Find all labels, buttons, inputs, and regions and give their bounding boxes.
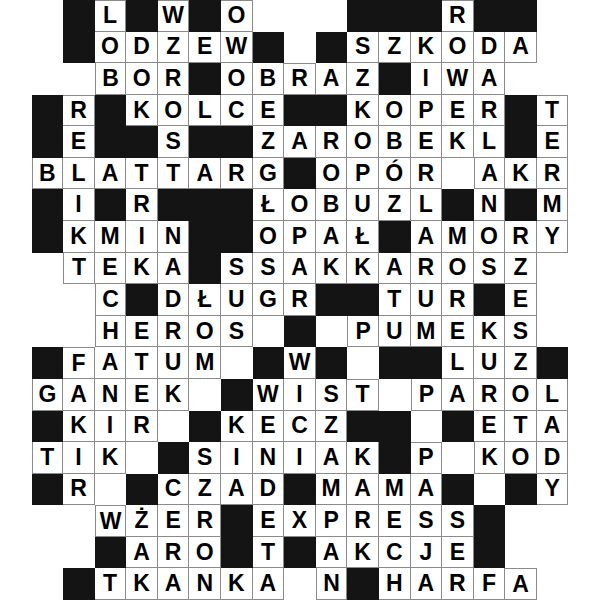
black-cell-r3c9	[284, 95, 316, 127]
letter-cell-r16c8[interactable]: E	[253, 505, 285, 537]
black-cell-r6c16	[505, 189, 537, 221]
letter-cell-r5c6[interactable]: A	[189, 158, 221, 190]
letter-cell-r8c15[interactable]: S	[474, 253, 506, 285]
black-cell-r0c2	[63, 0, 95, 32]
letter-cell-r7c9[interactable]: P	[284, 221, 316, 253]
letter-cell-r3c6[interactable]: L	[189, 95, 221, 127]
letter-cell-r0c7[interactable]: O	[221, 0, 253, 32]
letter-cell-r11c15[interactable]: U	[474, 347, 506, 379]
black-cell-r15c16	[505, 474, 537, 506]
black-cell-r11c8	[253, 347, 285, 379]
letter-cell-r14c1[interactable]: T	[32, 442, 64, 474]
letter-cell-r11c14[interactable]: L	[442, 347, 474, 379]
letter-cell-r11c9[interactable]: W	[284, 347, 316, 379]
letter-cell-r0c3[interactable]: L	[95, 0, 127, 32]
letter-cell-r7c3[interactable]: M	[95, 221, 127, 253]
letter-cell-r12c3[interactable]: N	[95, 379, 127, 411]
letter-cell-r17c4[interactable]: A	[126, 537, 158, 569]
black-cell-r0c11	[347, 0, 379, 32]
letter-cell-r18c15[interactable]: F	[474, 568, 506, 600]
black-cell-r11c10	[316, 347, 348, 379]
letter-cell-r3c8[interactable]: E	[253, 95, 285, 127]
letter-cell-r15c11[interactable]: A	[347, 474, 379, 506]
letter-cell-r11c6[interactable]: M	[189, 347, 221, 379]
letter-cell-r2c13[interactable]: I	[411, 63, 443, 95]
letter-cell-r4c12[interactable]: B	[379, 126, 411, 158]
letter-cell-r10c3[interactable]: H	[95, 316, 127, 348]
letter-cell-r4c9[interactable]: A	[284, 126, 316, 158]
crossword-board: LWORODZEWSZKODABOROBRAZIWARKOLCEKOPERTES…	[0, 0, 600, 600]
letter-cell-r2c15[interactable]: A	[474, 63, 506, 95]
letter-cell-r4c5[interactable]: S	[158, 126, 190, 158]
letter-cell-r14c9[interactable]: I	[284, 442, 316, 474]
letter-cell-r12c11[interactable]: T	[347, 379, 379, 411]
letter-cell-r11c16[interactable]: Z	[505, 347, 537, 379]
black-cell-r12c7	[221, 379, 253, 411]
letter-cell-r8c2[interactable]: T	[63, 253, 95, 285]
letter-cell-r9c9[interactable]: R	[284, 284, 316, 316]
letter-cell-r2c8[interactable]: B	[253, 63, 285, 95]
black-cell-r3c3	[95, 95, 127, 127]
letter-cell-r13c17[interactable]: A	[537, 411, 569, 443]
letter-cell-r2c3[interactable]: B	[95, 63, 127, 95]
letter-cell-r2c10[interactable]: A	[316, 63, 348, 95]
black-cell-r6c3	[95, 189, 127, 221]
letter-cell-r9c8[interactable]: G	[253, 284, 285, 316]
letter-cell-r18c13[interactable]: A	[411, 568, 443, 600]
letter-cell-r3c11[interactable]: K	[347, 95, 379, 127]
letter-cell-r4c14[interactable]: K	[442, 126, 474, 158]
black-cell-r13c14	[442, 411, 474, 443]
letter-cell-r6c17[interactable]: M	[537, 189, 569, 221]
letter-cell-r11c5[interactable]: U	[158, 347, 190, 379]
black-cell-r11c17	[537, 347, 569, 379]
black-cell-r13c12	[379, 411, 411, 443]
black-cell-r15c1	[32, 474, 64, 506]
letter-cell-r9c16[interactable]: E	[505, 284, 537, 316]
letter-cell-r1c4[interactable]: D	[126, 32, 158, 64]
black-cell-r16c7	[221, 505, 253, 537]
letter-cell-r17c8[interactable]: T	[253, 537, 285, 569]
letter-cell-r11c4[interactable]: T	[126, 347, 158, 379]
letter-cell-r10c15[interactable]: K	[474, 316, 506, 348]
letter-cell-r6c2[interactable]: I	[63, 189, 95, 221]
black-cell-r17c3	[95, 537, 127, 569]
letter-cell-r18c14[interactable]: R	[442, 568, 474, 600]
letter-cell-r16c5[interactable]: E	[158, 505, 190, 537]
letter-cell-r8c8[interactable]: S	[253, 253, 285, 285]
letter-cell-r15c2[interactable]: R	[63, 474, 95, 506]
letter-cell-r13c10[interactable]: Z	[316, 411, 348, 443]
letter-cell-r17c5[interactable]: R	[158, 537, 190, 569]
letter-cell-r11c3[interactable]: A	[95, 347, 127, 379]
letter-cell-r16c3[interactable]: W	[95, 505, 127, 537]
letter-cell-r8c12[interactable]: A	[379, 253, 411, 285]
letter-cell-r6c15[interactable]: N	[474, 189, 506, 221]
letter-cell-r13c15[interactable]: E	[474, 411, 506, 443]
letter-cell-r8c14[interactable]: O	[442, 253, 474, 285]
letter-cell-r2c5[interactable]: R	[158, 63, 190, 95]
black-cell-r13c11	[347, 411, 379, 443]
letter-cell-r9c13[interactable]: U	[411, 284, 443, 316]
letter-cell-r3c7[interactable]: C	[221, 95, 253, 127]
letter-cell-r12c17[interactable]: L	[537, 379, 569, 411]
letter-cell-r7c8[interactable]: O	[253, 221, 285, 253]
letter-cell-r1c11[interactable]: S	[347, 32, 379, 64]
letter-cell-r8c7[interactable]: S	[221, 253, 253, 285]
letter-cell-r6c13[interactable]: L	[411, 189, 443, 221]
letter-cell-r7c17[interactable]: Y	[537, 221, 569, 253]
letter-cell-r15c10[interactable]: M	[316, 474, 348, 506]
letter-cell-r2c14[interactable]: W	[442, 63, 474, 95]
letter-cell-r12c5[interactable]: K	[158, 379, 190, 411]
black-cell-r1c2	[63, 32, 95, 64]
black-cell-r15c14	[442, 474, 474, 506]
letter-cell-r17c10[interactable]: A	[316, 537, 348, 569]
letter-cell-r0c14[interactable]: R	[442, 0, 474, 32]
letter-cell-r10c4[interactable]: E	[126, 316, 158, 348]
letter-cell-r3c13[interactable]: P	[411, 95, 443, 127]
letter-cell-r1c6[interactable]: E	[189, 32, 221, 64]
letter-cell-r4c11[interactable]: O	[347, 126, 379, 158]
letter-cell-r7c10[interactable]: A	[316, 221, 348, 253]
letter-cell-r1c7[interactable]: W	[221, 32, 253, 64]
letter-cell-r12c2[interactable]: A	[63, 379, 95, 411]
letter-cell-r1c15[interactable]: D	[474, 32, 506, 64]
letter-cell-r5c4[interactable]: T	[126, 158, 158, 190]
black-cell-r9c15	[474, 284, 506, 316]
letter-cell-r12c9[interactable]: I	[284, 379, 316, 411]
black-cell-r1c8	[253, 32, 285, 64]
letter-cell-r5c5[interactable]: T	[158, 158, 190, 190]
letter-cell-r17c6[interactable]: O	[189, 537, 221, 569]
letter-cell-r3c4[interactable]: K	[126, 95, 158, 127]
letter-cell-r12c10[interactable]: S	[316, 379, 348, 411]
letter-cell-r8c13[interactable]: R	[411, 253, 443, 285]
letter-cell-r13c3[interactable]: I	[95, 411, 127, 443]
letter-cell-r8c5[interactable]: A	[158, 253, 190, 285]
letter-cell-r17c12[interactable]: C	[379, 537, 411, 569]
letter-cell-r15c13[interactable]: A	[411, 474, 443, 506]
black-cell-r18c2	[63, 568, 95, 600]
letter-cell-r15c12[interactable]: M	[379, 474, 411, 506]
letter-cell-r13c2[interactable]: K	[63, 411, 95, 443]
letter-cell-r6c10[interactable]: B	[316, 189, 348, 221]
letter-cell-r14c13[interactable]: P	[411, 442, 443, 474]
letter-cell-r7c14[interactable]: M	[442, 221, 474, 253]
letter-cell-r2c4[interactable]: O	[126, 63, 158, 95]
black-cell-r6c5	[158, 189, 190, 221]
letter-cell-r15c7[interactable]: A	[221, 474, 253, 506]
letter-cell-r1c3[interactable]: O	[95, 32, 127, 64]
letter-cell-r14c15[interactable]: K	[474, 442, 506, 474]
letter-cell-r5c16[interactable]: K	[505, 158, 537, 190]
letter-cell-r18c3[interactable]: T	[95, 568, 127, 600]
letter-cell-r17c13[interactable]: J	[411, 537, 443, 569]
black-cell-r13c1	[32, 411, 64, 443]
letter-cell-r16c10[interactable]: P	[316, 505, 348, 537]
black-cell-r4c3	[95, 126, 127, 158]
black-cell-r7c12	[379, 221, 411, 253]
letter-cell-r9c3[interactable]: C	[95, 284, 127, 316]
letter-cell-r12c15[interactable]: R	[474, 379, 506, 411]
letter-cell-r15c17[interactable]: Y	[537, 474, 569, 506]
letter-cell-r12c13[interactable]: P	[411, 379, 443, 411]
letter-cell-r13c4[interactable]: R	[126, 411, 158, 443]
letter-cell-r2c9[interactable]: R	[284, 63, 316, 95]
letter-cell-r14c2[interactable]: I	[63, 442, 95, 474]
letter-cell-r14c17[interactable]: D	[537, 442, 569, 474]
letter-cell-r10c13[interactable]: M	[411, 316, 443, 348]
black-cell-r7c6	[189, 221, 221, 253]
letter-cell-r3c5[interactable]: O	[158, 95, 190, 127]
black-cell-r6c7	[221, 189, 253, 221]
black-cell-r6c1	[32, 189, 64, 221]
letter-cell-r9c12[interactable]: T	[379, 284, 411, 316]
letter-cell-r10c14[interactable]: E	[442, 316, 474, 348]
black-cell-r8c6	[189, 253, 221, 285]
letter-cell-r10c5[interactable]: R	[158, 316, 190, 348]
black-cell-r14c5	[158, 442, 190, 474]
letter-cell-r4c8[interactable]: Z	[253, 126, 285, 158]
black-cell-r9c4	[126, 284, 158, 316]
letter-cell-r6c9[interactable]: O	[284, 189, 316, 221]
letter-cell-r5c13[interactable]: R	[411, 158, 443, 190]
black-cell-r5c9	[284, 158, 316, 190]
letter-cell-r18c4[interactable]: K	[126, 568, 158, 600]
black-cell-r4c6	[189, 126, 221, 158]
black-cell-r2c12	[379, 63, 411, 95]
letter-cell-r18c10[interactable]: N	[316, 568, 348, 600]
black-cell-r11c1	[32, 347, 64, 379]
letter-cell-r1c14[interactable]: O	[442, 32, 474, 64]
letter-cell-r11c2[interactable]: F	[63, 347, 95, 379]
letter-cell-r14c6[interactable]: S	[189, 442, 221, 474]
letter-cell-r13c7[interactable]: K	[221, 411, 253, 443]
letter-cell-r16c6[interactable]: R	[189, 505, 221, 537]
letter-cell-r10c7[interactable]: S	[221, 316, 253, 348]
letter-cell-r3c17[interactable]: T	[537, 95, 569, 127]
letter-cell-r8c9[interactable]: A	[284, 253, 316, 285]
letter-cell-r5c17[interactable]: R	[537, 158, 569, 190]
letter-cell-r13c9[interactable]: C	[284, 411, 316, 443]
letter-cell-r1c12[interactable]: Z	[379, 32, 411, 64]
black-cell-r3c10	[316, 95, 348, 127]
black-cell-r1c10	[316, 32, 348, 64]
black-cell-r16c15	[474, 505, 506, 537]
letter-cell-r14c8[interactable]: N	[253, 442, 285, 474]
letter-cell-r2c7[interactable]: O	[221, 63, 253, 95]
letter-cell-r10c12[interactable]: U	[379, 316, 411, 348]
black-cell-r2c6	[189, 63, 221, 95]
black-cell-r11c13	[411, 347, 443, 379]
letter-cell-r3c15[interactable]: R	[474, 95, 506, 127]
letter-cell-r17c11[interactable]: K	[347, 537, 379, 569]
black-cell-r13c6	[189, 411, 221, 443]
letter-cell-r13c16[interactable]: T	[505, 411, 537, 443]
letter-cell-r16c11[interactable]: R	[347, 505, 379, 537]
black-cell-r4c16	[505, 126, 537, 158]
letter-cell-r9c6[interactable]: Ł	[189, 284, 221, 316]
letter-cell-r18c8[interactable]: A	[253, 568, 285, 600]
black-cell-r6c6	[189, 189, 221, 221]
black-cell-r0c16	[505, 0, 537, 32]
letter-cell-r15c8[interactable]: D	[253, 474, 285, 506]
letter-cell-r4c15[interactable]: L	[474, 126, 506, 158]
black-cell-r4c7	[221, 126, 253, 158]
letter-cell-r8c10[interactable]: K	[316, 253, 348, 285]
letter-cell-r12c16[interactable]: O	[505, 379, 537, 411]
letter-cell-r7c15[interactable]: O	[474, 221, 506, 253]
letter-cell-r3c14[interactable]: E	[442, 95, 474, 127]
letter-cell-r12c14[interactable]: A	[442, 379, 474, 411]
letter-cell-r7c16[interactable]: R	[505, 221, 537, 253]
black-cell-r7c7	[221, 221, 253, 253]
letter-cell-r5c11[interactable]: P	[347, 158, 379, 190]
letter-cell-r18c7[interactable]: K	[221, 568, 253, 600]
black-cell-r18c11	[347, 568, 379, 600]
black-cell-r17c9	[284, 537, 316, 569]
black-cell-r0c13	[411, 0, 443, 32]
letter-cell-r8c4[interactable]: K	[126, 253, 158, 285]
letter-cell-r8c3[interactable]: E	[95, 253, 127, 285]
letter-cell-r13c8[interactable]: E	[253, 411, 285, 443]
letter-cell-r10c16[interactable]: S	[505, 316, 537, 348]
black-cell-r3c16	[505, 95, 537, 127]
letter-cell-r6c11[interactable]: U	[347, 189, 379, 221]
letter-cell-r15c5[interactable]: C	[158, 474, 190, 506]
letter-cell-r7c4[interactable]: I	[126, 221, 158, 253]
letter-cell-r5c12[interactable]: Ó	[379, 158, 411, 190]
letter-cell-r4c10[interactable]: R	[316, 126, 348, 158]
letter-cell-r5c15[interactable]: A	[474, 158, 506, 190]
letter-cell-r5c2[interactable]: L	[63, 158, 95, 190]
letter-cell-r18c12[interactable]: H	[379, 568, 411, 600]
letter-cell-r7c5[interactable]: N	[158, 221, 190, 253]
letter-cell-r5c8[interactable]: G	[253, 158, 285, 190]
letter-cell-r14c3[interactable]: K	[95, 442, 127, 474]
letter-cell-r14c10[interactable]: A	[316, 442, 348, 474]
letter-cell-r16c4[interactable]: Ż	[126, 505, 158, 537]
letter-cell-r6c12[interactable]: Z	[379, 189, 411, 221]
letter-cell-r7c13[interactable]: A	[411, 221, 443, 253]
letter-cell-r16c9[interactable]: X	[284, 505, 316, 537]
letter-cell-r4c13[interactable]: E	[411, 126, 443, 158]
letter-cell-r7c2[interactable]: K	[63, 221, 95, 253]
letter-cell-r7c11[interactable]: Ł	[347, 221, 379, 253]
letter-cell-r4c17[interactable]: E	[537, 126, 569, 158]
black-cell-r6c14	[442, 189, 474, 221]
letter-cell-r18c16[interactable]: A	[505, 568, 537, 600]
letter-cell-r16c13[interactable]: S	[411, 505, 443, 537]
letter-cell-r1c16[interactable]: A	[505, 32, 537, 64]
letter-cell-r3c2[interactable]: R	[63, 95, 95, 127]
black-cell-r15c9	[284, 474, 316, 506]
letter-cell-r8c16[interactable]: Z	[505, 253, 537, 285]
letter-cell-r15c6[interactable]: Z	[189, 474, 221, 506]
black-cell-r0c15	[474, 0, 506, 32]
black-cell-r9c10	[316, 284, 348, 316]
letter-cell-r2c11[interactable]: Z	[347, 63, 379, 95]
black-cell-r7c1	[32, 221, 64, 253]
black-cell-r14c12	[379, 442, 411, 474]
black-cell-r3c1	[32, 95, 64, 127]
black-cell-r17c7	[221, 537, 253, 569]
letter-cell-r12c8[interactable]: W	[253, 379, 285, 411]
letter-cell-r16c12[interactable]: E	[379, 505, 411, 537]
letter-cell-r1c5[interactable]: Z	[158, 32, 190, 64]
letter-cell-r9c5[interactable]: D	[158, 284, 190, 316]
letter-cell-r3c12[interactable]: O	[379, 95, 411, 127]
letter-cell-r14c16[interactable]: O	[505, 442, 537, 474]
letter-cell-r5c10[interactable]: O	[316, 158, 348, 190]
letter-cell-r5c1[interactable]: B	[32, 158, 64, 190]
letter-cell-r18c5[interactable]: A	[158, 568, 190, 600]
black-cell-r0c6	[189, 0, 221, 32]
letter-cell-r5c3[interactable]: A	[95, 158, 127, 190]
letter-cell-r10c6[interactable]: O	[189, 316, 221, 348]
letter-cell-r12c1[interactable]: G	[32, 379, 64, 411]
letter-cell-r14c7[interactable]: I	[221, 442, 253, 474]
black-cell-r10c9	[284, 316, 316, 348]
black-cell-r15c4	[126, 474, 158, 506]
letter-cell-r1c13[interactable]: K	[411, 32, 443, 64]
letter-cell-r10c11[interactable]: P	[347, 316, 379, 348]
letter-cell-r9c7[interactable]: U	[221, 284, 253, 316]
letter-cell-r8c11[interactable]: K	[347, 253, 379, 285]
letter-cell-r5c7[interactable]: R	[221, 158, 253, 190]
black-cell-r11c12	[379, 347, 411, 379]
letter-cell-r6c8[interactable]: Ł	[253, 189, 285, 221]
black-cell-r0c12	[379, 0, 411, 32]
black-cell-r4c4	[126, 126, 158, 158]
black-cell-r0c4	[126, 0, 158, 32]
letter-cell-r17c14[interactable]: E	[442, 537, 474, 569]
black-cell-r17c15	[474, 537, 506, 569]
black-cell-r4c1	[32, 126, 64, 158]
black-cell-r9c11	[347, 284, 379, 316]
letter-cell-r6c4[interactable]: R	[126, 189, 158, 221]
letter-cell-r9c14[interactable]: R	[442, 284, 474, 316]
letter-cell-r16c14[interactable]: S	[442, 505, 474, 537]
letter-cell-r4c2[interactable]: E	[63, 126, 95, 158]
letter-cell-r14c11[interactable]: K	[347, 442, 379, 474]
letter-cell-r0c5[interactable]: W	[158, 0, 190, 32]
letter-cell-r12c4[interactable]: E	[126, 379, 158, 411]
letter-cell-r18c6[interactable]: N	[189, 568, 221, 600]
